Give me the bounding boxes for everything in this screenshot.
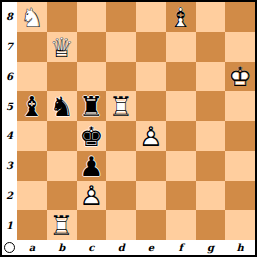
rank-label-8: 8 <box>2 2 17 32</box>
white-bishop[interactable]: ♝♗ <box>166 2 196 32</box>
square-a3[interactable] <box>17 151 47 181</box>
square-d2[interactable] <box>106 181 136 211</box>
black-king[interactable]: ♚ <box>77 121 107 151</box>
square-e1[interactable] <box>136 210 166 240</box>
square-c5[interactable]: ♜ <box>77 91 107 121</box>
square-a7[interactable] <box>17 32 47 62</box>
square-f3[interactable] <box>166 151 196 181</box>
square-d6[interactable] <box>106 62 136 92</box>
file-label-h: h <box>225 240 255 255</box>
file-label-f: f <box>166 240 196 255</box>
file-label-g: g <box>196 240 226 255</box>
rank-label-4: 4 <box>2 121 17 151</box>
square-a4[interactable] <box>17 121 47 151</box>
square-c2[interactable]: ♟♙ <box>77 181 107 211</box>
square-d4[interactable] <box>106 121 136 151</box>
file-label-d: d <box>106 240 136 255</box>
square-h2[interactable] <box>225 181 255 211</box>
square-h7[interactable] <box>225 32 255 62</box>
square-e7[interactable] <box>136 32 166 62</box>
file-labels: abcdefgh <box>17 240 255 255</box>
square-b7[interactable]: ♛♕ <box>47 32 77 62</box>
square-h1[interactable] <box>225 210 255 240</box>
square-g1[interactable] <box>196 210 226 240</box>
white-pawn[interactable]: ♟♙ <box>77 181 107 211</box>
square-c8[interactable] <box>77 2 107 32</box>
square-b2[interactable] <box>47 181 77 211</box>
square-f5[interactable] <box>166 91 196 121</box>
square-f4[interactable] <box>166 121 196 151</box>
square-h6[interactable]: ♚♔ <box>225 62 255 92</box>
black-rook[interactable]: ♜ <box>77 91 107 121</box>
square-c4[interactable]: ♚ <box>77 121 107 151</box>
square-f1[interactable] <box>166 210 196 240</box>
white-rook[interactable]: ♜♖ <box>106 91 136 121</box>
square-g8[interactable] <box>196 2 226 32</box>
file-label-e: e <box>136 240 166 255</box>
square-f2[interactable] <box>166 181 196 211</box>
square-f8[interactable]: ♝♗ <box>166 2 196 32</box>
square-b1[interactable]: ♜♖ <box>47 210 77 240</box>
black-bishop[interactable]: ♝ <box>17 91 47 121</box>
square-h5[interactable] <box>225 91 255 121</box>
square-d8[interactable] <box>106 2 136 32</box>
square-f6[interactable] <box>166 62 196 92</box>
rank-labels: 87654321 <box>2 2 17 240</box>
square-b3[interactable] <box>47 151 77 181</box>
square-h8[interactable] <box>225 2 255 32</box>
white-knight[interactable]: ♞♘ <box>17 2 47 32</box>
chess-diagram: 87654321 ♞♘♝♗♛♕♚♔♝♞♜♜♖♚♟♙♟♟♙♜♖ abcdefgh <box>0 0 257 257</box>
square-e5[interactable] <box>136 91 166 121</box>
square-c1[interactable] <box>77 210 107 240</box>
square-f7[interactable] <box>166 32 196 62</box>
square-b8[interactable] <box>47 2 77 32</box>
square-g6[interactable] <box>196 62 226 92</box>
white-to-move-indicator <box>4 242 15 253</box>
white-queen[interactable]: ♛♕ <box>47 32 77 62</box>
square-d1[interactable] <box>106 210 136 240</box>
square-g4[interactable] <box>196 121 226 151</box>
rank-label-2: 2 <box>2 181 17 211</box>
white-rook[interactable]: ♜♖ <box>47 210 77 240</box>
white-pawn[interactable]: ♟♙ <box>136 121 166 151</box>
square-g5[interactable] <box>196 91 226 121</box>
square-c7[interactable] <box>77 32 107 62</box>
square-a1[interactable] <box>17 210 47 240</box>
square-a6[interactable] <box>17 62 47 92</box>
square-b6[interactable] <box>47 62 77 92</box>
square-e6[interactable] <box>136 62 166 92</box>
rank-label-5: 5 <box>2 91 17 121</box>
square-b4[interactable] <box>47 121 77 151</box>
square-e2[interactable] <box>136 181 166 211</box>
move-indicator-cell <box>2 240 17 255</box>
square-b5[interactable]: ♞ <box>47 91 77 121</box>
square-a2[interactable] <box>17 181 47 211</box>
square-h4[interactable] <box>225 121 255 151</box>
square-e4[interactable]: ♟♙ <box>136 121 166 151</box>
square-g7[interactable] <box>196 32 226 62</box>
rank-label-7: 7 <box>2 32 17 62</box>
black-pawn[interactable]: ♟ <box>77 151 107 181</box>
square-g3[interactable] <box>196 151 226 181</box>
rank-label-1: 1 <box>2 210 17 240</box>
black-knight[interactable]: ♞ <box>47 91 77 121</box>
square-d5[interactable]: ♜♖ <box>106 91 136 121</box>
square-d3[interactable] <box>106 151 136 181</box>
square-a8[interactable]: ♞♘ <box>17 2 47 32</box>
square-g2[interactable] <box>196 181 226 211</box>
square-a5[interactable]: ♝ <box>17 91 47 121</box>
chess-board: ♞♘♝♗♛♕♚♔♝♞♜♜♖♚♟♙♟♟♙♜♖ <box>17 2 255 240</box>
rank-label-6: 6 <box>2 62 17 92</box>
square-d7[interactable] <box>106 32 136 62</box>
rank-label-3: 3 <box>2 151 17 181</box>
square-e3[interactable] <box>136 151 166 181</box>
white-king[interactable]: ♚♔ <box>225 62 255 92</box>
square-c3[interactable]: ♟ <box>77 151 107 181</box>
square-e8[interactable] <box>136 2 166 32</box>
file-label-c: c <box>77 240 107 255</box>
square-c6[interactable] <box>77 62 107 92</box>
square-h3[interactable] <box>225 151 255 181</box>
file-label-a: a <box>17 240 47 255</box>
file-label-b: b <box>47 240 77 255</box>
